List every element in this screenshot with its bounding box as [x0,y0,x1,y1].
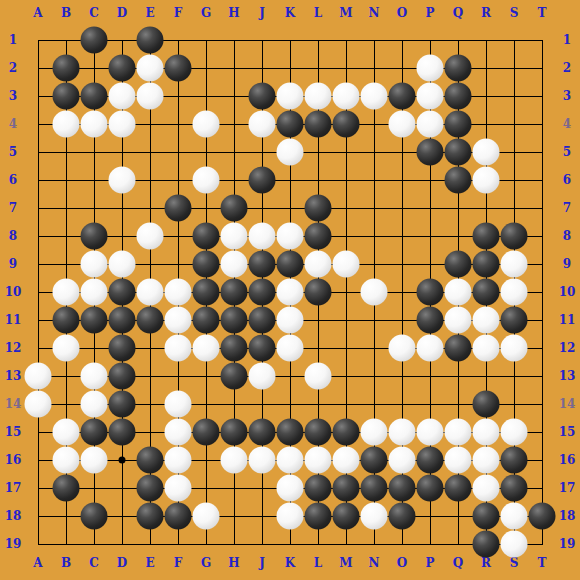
stone-black-K9[interactable] [277,251,304,278]
stone-white-P2[interactable] [417,55,444,82]
stone-white-R12[interactable] [473,335,500,362]
stone-white-J8[interactable] [249,223,276,250]
stone-black-G15[interactable] [193,419,220,446]
stone-white-S9[interactable] [501,251,528,278]
col-label-top-B: B [61,6,71,20]
col-label-top-J: J [259,6,265,20]
stone-white-E3[interactable] [137,83,164,110]
stone-black-D14[interactable] [109,391,136,418]
stone-black-T18[interactable] [529,503,556,530]
stone-black-N16[interactable] [361,447,388,474]
col-label-bottom-M: M [339,556,352,570]
stone-white-C16[interactable] [81,447,108,474]
stone-black-B11[interactable] [53,307,80,334]
col-label-top-N: N [369,6,380,20]
stone-white-K12[interactable] [277,335,304,362]
stone-black-C3[interactable] [81,83,108,110]
col-label-bottom-K: K [285,556,295,570]
stone-white-C9[interactable] [81,251,108,278]
stone-white-S18[interactable] [501,503,528,530]
stone-black-L18[interactable] [305,503,332,530]
stone-white-B12[interactable] [53,335,80,362]
stone-white-O16[interactable] [389,447,416,474]
col-label-bottom-Q: Q [453,556,463,570]
stone-black-C11[interactable] [81,307,108,334]
stone-black-K15[interactable] [277,419,304,446]
row-label-right-16: 16 [559,453,576,467]
stone-white-K8[interactable] [277,223,304,250]
stone-black-S16[interactable] [501,447,528,474]
row-label-right-6: 6 [563,173,571,187]
stone-black-C1[interactable] [81,27,108,54]
stone-black-O17[interactable] [389,475,416,502]
stone-white-B4[interactable] [53,111,80,138]
stone-white-J13[interactable] [249,363,276,390]
row-label-left-6: 6 [9,173,17,187]
stone-white-O15[interactable] [389,419,416,446]
stone-black-J3[interactable] [249,83,276,110]
col-label-bottom-A: A [33,556,42,570]
stone-white-K5[interactable] [277,139,304,166]
stone-white-S12[interactable] [501,335,528,362]
stone-white-Q15[interactable] [445,419,472,446]
row-label-right-15: 15 [559,425,576,439]
row-label-left-12: 12 [5,341,22,355]
stone-black-J6[interactable] [249,167,276,194]
stone-black-L10[interactable] [305,279,332,306]
stone-white-K16[interactable] [277,447,304,474]
col-label-bottom-L: L [314,556,322,570]
col-label-bottom-O: O [397,556,407,570]
stone-white-F14[interactable] [165,391,192,418]
stone-white-N15[interactable] [361,419,388,446]
stone-black-F18[interactable] [165,503,192,530]
stone-black-J10[interactable] [249,279,276,306]
stone-black-H10[interactable] [221,279,248,306]
go-board[interactable]: AABBCCDDEEFFGGHHJJKKLLMMNNOOPPQQRRSSTT11… [0,0,580,580]
row-label-left-1: 1 [9,33,17,47]
stone-white-R6[interactable] [473,167,500,194]
stone-white-S10[interactable] [501,279,528,306]
stone-white-G4[interactable] [193,111,220,138]
row-label-left-9: 9 [9,257,17,271]
stone-white-E10[interactable] [137,279,164,306]
stone-white-R17[interactable] [473,475,500,502]
stone-white-L16[interactable] [305,447,332,474]
stone-black-R10[interactable] [473,279,500,306]
stone-black-S11[interactable] [501,307,528,334]
stone-black-D10[interactable] [109,279,136,306]
stone-black-R14[interactable] [473,391,500,418]
stone-white-D4[interactable] [109,111,136,138]
stone-black-P16[interactable] [417,447,444,474]
col-label-bottom-T: T [538,556,547,570]
col-label-top-R: R [481,6,491,20]
stone-black-G9[interactable] [193,251,220,278]
col-label-top-L: L [314,6,322,20]
row-label-right-2: 2 [563,61,571,75]
stone-black-R18[interactable] [473,503,500,530]
stone-black-M17[interactable] [333,475,360,502]
stone-black-G10[interactable] [193,279,220,306]
row-label-right-10: 10 [559,285,576,299]
stone-white-P15[interactable] [417,419,444,446]
stone-white-K11[interactable] [277,307,304,334]
stone-white-Q10[interactable] [445,279,472,306]
star-point-D16 [119,457,126,464]
row-label-right-18: 18 [559,509,576,523]
stone-white-B10[interactable] [53,279,80,306]
row-label-right-11: 11 [559,313,576,327]
stone-white-N10[interactable] [361,279,388,306]
stone-white-K3[interactable] [277,83,304,110]
col-label-top-C: C [89,6,99,20]
stone-black-L15[interactable] [305,419,332,446]
stone-white-E2[interactable] [137,55,164,82]
stone-black-F2[interactable] [165,55,192,82]
row-label-right-17: 17 [559,481,576,495]
col-label-bottom-R: R [481,556,491,570]
col-label-top-P: P [425,6,434,20]
stone-white-F15[interactable] [165,419,192,446]
stone-white-P3[interactable] [417,83,444,110]
stone-black-H12[interactable] [221,335,248,362]
row-label-left-14: 14 [5,397,22,411]
stone-white-M3[interactable] [333,83,360,110]
stone-black-C15[interactable] [81,419,108,446]
col-label-top-D: D [117,6,127,20]
row-label-right-5: 5 [563,145,571,159]
stone-white-L9[interactable] [305,251,332,278]
stone-white-G18[interactable] [193,503,220,530]
row-label-left-2: 2 [9,61,17,75]
row-label-left-7: 7 [9,201,17,215]
stone-white-R16[interactable] [473,447,500,474]
stone-black-Q5[interactable] [445,139,472,166]
stone-white-R5[interactable] [473,139,500,166]
row-label-left-16: 16 [5,453,22,467]
stone-black-Q2[interactable] [445,55,472,82]
stone-black-C8[interactable] [81,223,108,250]
stone-black-Q3[interactable] [445,83,472,110]
stone-black-E17[interactable] [137,475,164,502]
stone-black-G8[interactable] [193,223,220,250]
row-label-left-18: 18 [5,509,22,523]
row-label-left-8: 8 [9,229,17,243]
stone-white-F12[interactable] [165,335,192,362]
col-label-top-G: G [201,6,211,20]
grid-line-v [542,40,543,545]
stone-black-E1[interactable] [137,27,164,54]
grid-line-h [38,544,543,545]
col-label-top-E: E [145,6,154,20]
stone-white-G12[interactable] [193,335,220,362]
stone-white-P4[interactable] [417,111,444,138]
stone-black-H13[interactable] [221,363,248,390]
stone-black-Q9[interactable] [445,251,472,278]
stone-white-K10[interactable] [277,279,304,306]
col-label-bottom-C: C [89,556,99,570]
row-label-left-4: 4 [9,117,17,131]
row-label-left-19: 19 [5,537,22,551]
row-label-left-3: 3 [9,89,17,103]
row-label-right-1: 1 [563,33,571,47]
stone-white-K18[interactable] [277,503,304,530]
col-label-top-T: T [538,6,547,20]
row-label-right-19: 19 [559,537,576,551]
row-label-right-3: 3 [563,89,571,103]
row-label-left-17: 17 [5,481,22,495]
stone-black-D13[interactable] [109,363,136,390]
stone-black-Q12[interactable] [445,335,472,362]
stone-white-G6[interactable] [193,167,220,194]
col-label-top-Q: Q [453,6,463,20]
stone-black-O18[interactable] [389,503,416,530]
stone-black-D11[interactable] [109,307,136,334]
stone-black-D15[interactable] [109,419,136,446]
stone-white-S19[interactable] [501,531,528,558]
stone-black-D2[interactable] [109,55,136,82]
stone-black-P11[interactable] [417,307,444,334]
stone-white-F11[interactable] [165,307,192,334]
stone-white-F10[interactable] [165,279,192,306]
col-label-bottom-F: F [174,556,183,570]
stone-white-P12[interactable] [417,335,444,362]
stone-white-N18[interactable] [361,503,388,530]
stone-white-R15[interactable] [473,419,500,446]
stone-white-H8[interactable] [221,223,248,250]
stone-black-L7[interactable] [305,195,332,222]
row-label-right-12: 12 [559,341,576,355]
stone-black-J9[interactable] [249,251,276,278]
row-label-right-9: 9 [563,257,571,271]
stone-black-R9[interactable] [473,251,500,278]
stone-black-M4[interactable] [333,111,360,138]
stone-white-C13[interactable] [81,363,108,390]
stone-black-N17[interactable] [361,475,388,502]
stone-black-Q17[interactable] [445,475,472,502]
col-label-top-M: M [339,6,352,20]
stone-white-E8[interactable] [137,223,164,250]
stone-black-E11[interactable] [137,307,164,334]
col-label-bottom-N: N [369,556,380,570]
stone-white-K17[interactable] [277,475,304,502]
row-label-left-11: 11 [5,313,22,327]
col-label-bottom-S: S [510,556,519,570]
col-label-top-F: F [174,6,183,20]
stone-black-C18[interactable] [81,503,108,530]
row-label-left-15: 15 [5,425,22,439]
col-label-bottom-P: P [425,556,434,570]
col-label-bottom-J: J [259,556,265,570]
stone-white-L13[interactable] [305,363,332,390]
stone-white-D6[interactable] [109,167,136,194]
stone-black-L4[interactable] [305,111,332,138]
stone-white-M9[interactable] [333,251,360,278]
stone-black-G11[interactable] [193,307,220,334]
stone-black-L8[interactable] [305,223,332,250]
col-label-top-A: A [33,6,42,20]
stone-white-A14[interactable] [25,391,52,418]
stone-black-S17[interactable] [501,475,528,502]
stone-white-H16[interactable] [221,447,248,474]
stone-black-L17[interactable] [305,475,332,502]
stone-white-D9[interactable] [109,251,136,278]
stone-black-Q4[interactable] [445,111,472,138]
stone-white-O4[interactable] [389,111,416,138]
stone-black-H15[interactable] [221,419,248,446]
stone-black-D12[interactable] [109,335,136,362]
stone-white-C14[interactable] [81,391,108,418]
stone-white-D3[interactable] [109,83,136,110]
col-label-bottom-H: H [228,556,239,570]
stone-black-J11[interactable] [249,307,276,334]
stone-black-Q6[interactable] [445,167,472,194]
stone-black-S8[interactable] [501,223,528,250]
stone-black-E16[interactable] [137,447,164,474]
col-label-top-H: H [228,6,239,20]
stone-white-R11[interactable] [473,307,500,334]
stone-white-C4[interactable] [81,111,108,138]
col-label-bottom-D: D [117,556,127,570]
stone-white-S15[interactable] [501,419,528,446]
row-label-left-5: 5 [9,145,17,159]
col-label-bottom-G: G [201,556,211,570]
stone-white-B15[interactable] [53,419,80,446]
stone-black-R8[interactable] [473,223,500,250]
stone-black-M15[interactable] [333,419,360,446]
stone-white-J4[interactable] [249,111,276,138]
stone-white-J16[interactable] [249,447,276,474]
row-label-left-10: 10 [5,285,22,299]
stone-white-F16[interactable] [165,447,192,474]
row-label-right-7: 7 [563,201,571,215]
row-label-right-14: 14 [559,397,576,411]
col-label-bottom-B: B [61,556,71,570]
stone-white-N3[interactable] [361,83,388,110]
stone-white-C10[interactable] [81,279,108,306]
col-label-top-K: K [285,6,295,20]
stone-black-M18[interactable] [333,503,360,530]
stone-white-H9[interactable] [221,251,248,278]
stone-white-Q16[interactable] [445,447,472,474]
stone-black-P5[interactable] [417,139,444,166]
col-label-top-O: O [397,6,407,20]
stone-black-H11[interactable] [221,307,248,334]
stone-white-M16[interactable] [333,447,360,474]
stone-black-P17[interactable] [417,475,444,502]
stone-white-O12[interactable] [389,335,416,362]
stone-white-B16[interactable] [53,447,80,474]
row-label-right-8: 8 [563,229,571,243]
stone-white-L3[interactable] [305,83,332,110]
stone-black-B3[interactable] [53,83,80,110]
stone-black-J12[interactable] [249,335,276,362]
stone-black-B17[interactable] [53,475,80,502]
stone-black-B2[interactable] [53,55,80,82]
stone-black-R19[interactable] [473,531,500,558]
row-label-left-13: 13 [5,369,22,383]
col-label-bottom-E: E [145,556,154,570]
stone-white-A13[interactable] [25,363,52,390]
row-label-right-4: 4 [563,117,571,131]
row-label-right-13: 13 [559,369,576,383]
stone-black-P10[interactable] [417,279,444,306]
stone-black-O3[interactable] [389,83,416,110]
stone-black-E18[interactable] [137,503,164,530]
stone-white-F17[interactable] [165,475,192,502]
stone-black-H7[interactable] [221,195,248,222]
stone-black-F7[interactable] [165,195,192,222]
stone-black-K4[interactable] [277,111,304,138]
col-label-top-S: S [510,6,519,20]
stone-white-Q11[interactable] [445,307,472,334]
stone-black-J15[interactable] [249,419,276,446]
